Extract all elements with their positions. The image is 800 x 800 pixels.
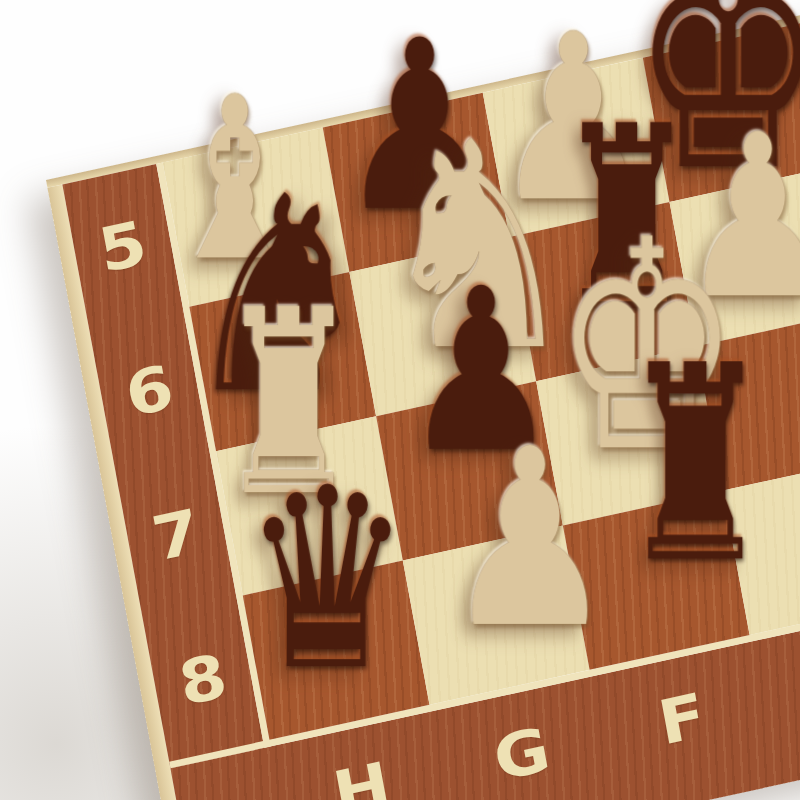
photo-viewport: 5678 HGFED ♝♟♟♚♞♞♜♟♜♟♚♛♟♜ [0,0,800,800]
chess-board: 5678 HGFED ♝♟♟♚♞♞♜♟♜♟♚♛♟♜ [46,0,800,800]
board-grid [163,0,800,740]
